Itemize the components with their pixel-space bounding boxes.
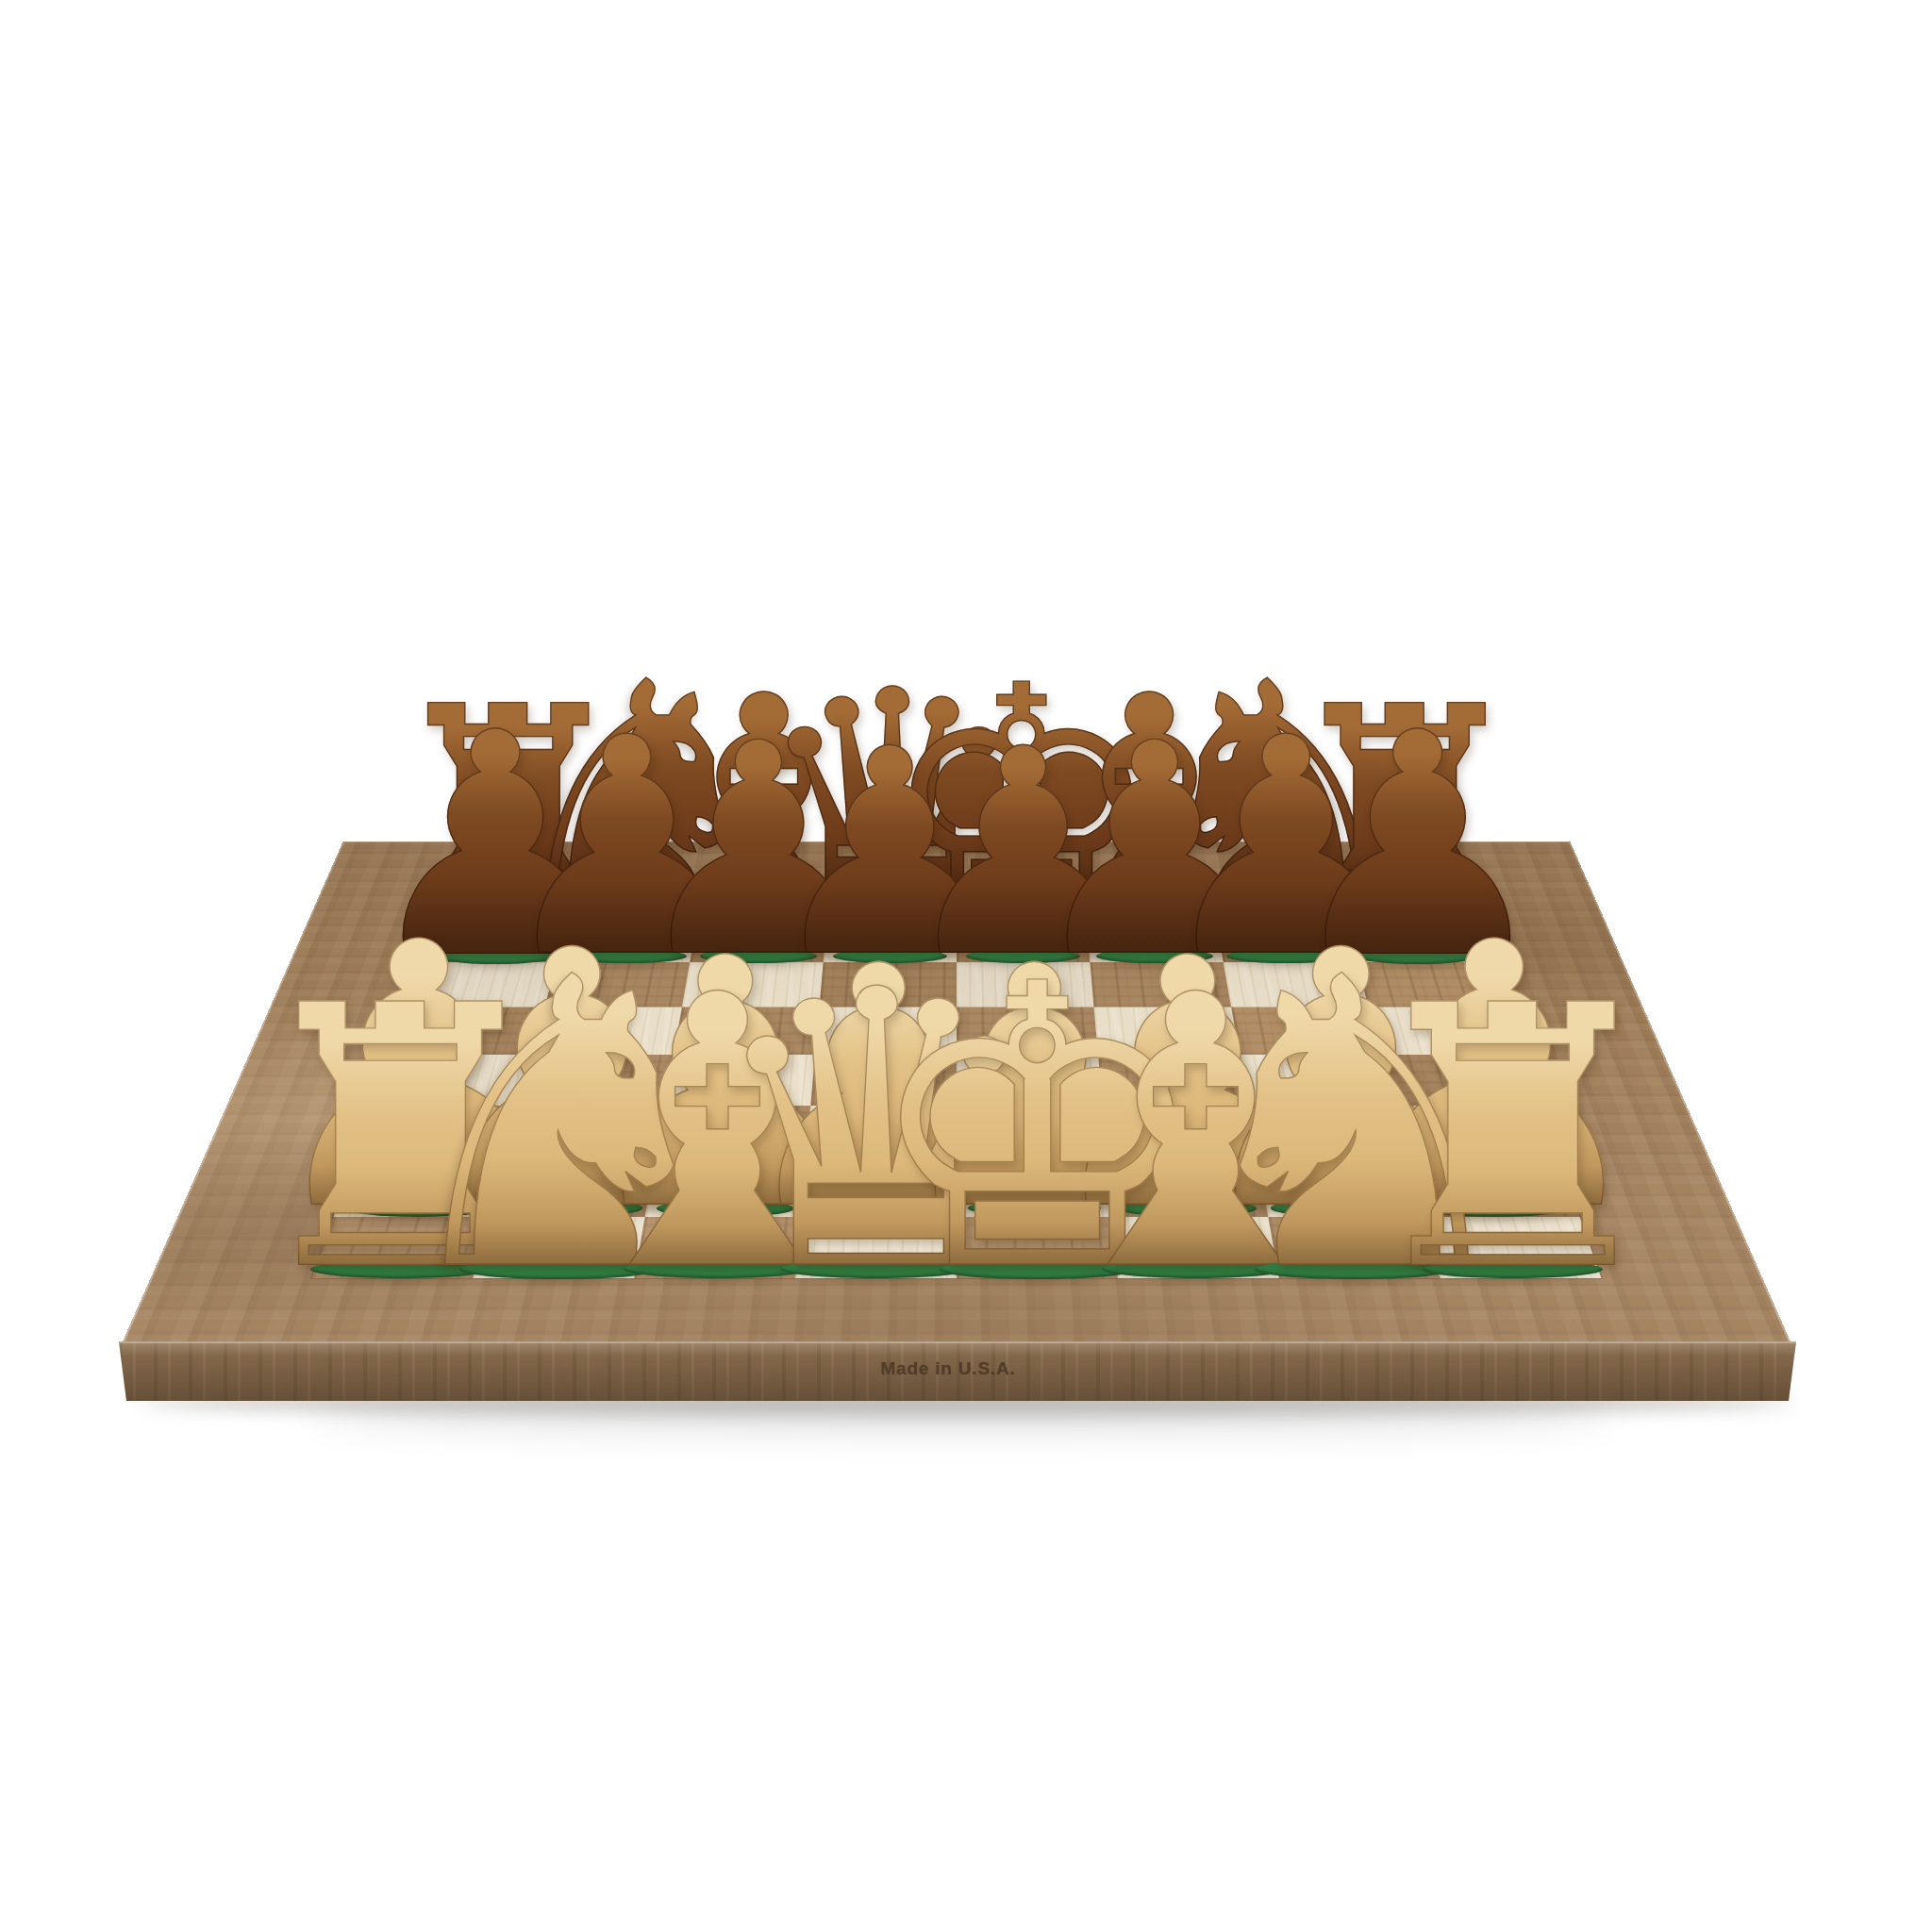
square-g3	[1248, 1106, 1408, 1159]
square-c3	[655, 1106, 810, 1159]
square-f4	[1098, 1055, 1248, 1106]
square-e8	[957, 880, 1086, 920]
photo-stage: Made in U.S.A. ♜♞♝♛♚♝♞♜♟♟♟♟♟♟♟♟♟♟♟♟♟♟♟♟♜…	[0, 0, 1932, 1932]
square-g8	[1208, 880, 1345, 920]
square-g7	[1216, 920, 1357, 962]
square-h4	[1381, 1055, 1541, 1106]
square-g2	[1258, 1159, 1424, 1217]
square-b6	[544, 962, 690, 1008]
square-a8	[438, 880, 578, 920]
square-f7	[1086, 920, 1223, 962]
square-c7	[690, 920, 826, 962]
square-h3	[1394, 1106, 1559, 1159]
square-f6	[1090, 962, 1231, 1008]
square-d4	[810, 1055, 957, 1106]
square-b8	[568, 880, 705, 920]
square-c5	[674, 1008, 819, 1055]
board-grid	[311, 880, 1601, 1279]
square-c1	[634, 1217, 801, 1278]
square-h1	[1424, 1217, 1601, 1278]
square-e3	[957, 1106, 1108, 1159]
square-d8	[827, 880, 957, 920]
square-c4	[665, 1055, 815, 1106]
square-d3	[806, 1106, 957, 1159]
square-a6	[408, 962, 557, 1008]
square-a3	[354, 1106, 519, 1159]
square-c6	[682, 962, 824, 1008]
square-a2	[333, 1159, 504, 1217]
square-d1	[795, 1217, 957, 1278]
square-e5	[957, 1008, 1098, 1055]
square-d6	[819, 962, 957, 1008]
square-c8	[697, 880, 830, 920]
chess-board	[122, 841, 1792, 1344]
square-d5	[815, 1008, 957, 1055]
square-a5	[391, 1008, 544, 1055]
square-b1	[473, 1217, 644, 1278]
square-f5	[1094, 1008, 1240, 1055]
square-e2	[957, 1159, 1112, 1217]
square-d7	[824, 920, 957, 962]
board-front-edge: Made in U.S.A.	[119, 1341, 1796, 1403]
square-f2	[1108, 1159, 1269, 1217]
square-e1	[957, 1217, 1118, 1278]
made-in-usa-stamp: Made in U.S.A.	[880, 1358, 1015, 1379]
square-b5	[532, 1008, 682, 1055]
perspective-scene	[0, 0, 1932, 1932]
square-h7	[1345, 920, 1490, 962]
square-e7	[957, 920, 1090, 962]
square-a7	[424, 920, 568, 962]
square-g4	[1240, 1055, 1394, 1106]
square-a1	[311, 1217, 489, 1278]
square-b4	[519, 1055, 674, 1106]
square-h2	[1408, 1159, 1579, 1217]
square-b2	[490, 1159, 656, 1217]
square-h6	[1357, 962, 1506, 1008]
square-e6	[957, 962, 1094, 1008]
square-h5	[1369, 1008, 1523, 1055]
square-f8	[1083, 880, 1216, 920]
square-h8	[1335, 880, 1475, 920]
square-b7	[557, 920, 697, 962]
square-f3	[1103, 1106, 1258, 1159]
square-g1	[1268, 1217, 1440, 1278]
square-f1	[1112, 1217, 1279, 1278]
square-d2	[801, 1159, 957, 1217]
square-a4	[373, 1055, 532, 1106]
square-g5	[1231, 1008, 1381, 1055]
square-e4	[957, 1055, 1103, 1106]
square-c2	[645, 1159, 807, 1217]
square-b3	[505, 1106, 665, 1159]
square-g6	[1224, 962, 1369, 1008]
